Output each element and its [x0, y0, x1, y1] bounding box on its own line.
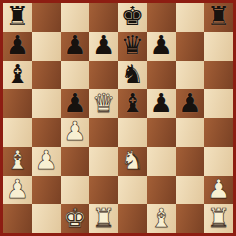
piece-black-pawn[interactable]: ♟ [178, 90, 201, 116]
square-f1[interactable]: ♝ [147, 204, 176, 233]
square-a7[interactable]: ♟ [3, 32, 32, 61]
square-h2[interactable]: ♟ [204, 176, 233, 205]
square-d8[interactable] [89, 3, 118, 32]
piece-white-pawn[interactable]: ♟ [63, 118, 86, 144]
piece-black-rook[interactable]: ♜ [207, 3, 230, 29]
square-c6[interactable] [61, 61, 90, 90]
square-e4[interactable] [118, 118, 147, 147]
square-d6[interactable] [89, 61, 118, 90]
square-d4[interactable] [89, 118, 118, 147]
square-e2[interactable] [118, 176, 147, 205]
square-a5[interactable] [3, 89, 32, 118]
square-a3[interactable]: ♝ [3, 147, 32, 176]
square-b4[interactable] [32, 118, 61, 147]
square-c7[interactable]: ♟ [61, 32, 90, 61]
piece-black-pawn[interactable]: ♟ [92, 32, 115, 58]
square-g7[interactable] [176, 32, 205, 61]
piece-black-pawn[interactable]: ♟ [63, 32, 86, 58]
piece-black-pawn[interactable]: ♟ [63, 90, 86, 116]
square-g4[interactable] [176, 118, 205, 147]
piece-white-rook[interactable]: ♜ [92, 205, 115, 231]
square-c4[interactable]: ♟ [61, 118, 90, 147]
square-f8[interactable] [147, 3, 176, 32]
piece-black-pawn[interactable]: ♟ [6, 32, 29, 58]
piece-white-king[interactable]: ♚ [63, 205, 86, 231]
square-f7[interactable]: ♟ [147, 32, 176, 61]
piece-black-knight[interactable]: ♞ [121, 61, 144, 87]
square-h7[interactable] [204, 32, 233, 61]
square-b2[interactable] [32, 176, 61, 205]
piece-white-bishop[interactable]: ♝ [6, 147, 29, 173]
piece-black-rook[interactable]: ♜ [6, 3, 29, 29]
square-b7[interactable] [32, 32, 61, 61]
square-c8[interactable] [61, 3, 90, 32]
square-d1[interactable]: ♜ [89, 204, 118, 233]
square-c1[interactable]: ♚ [61, 204, 90, 233]
chess-board: ♜♚♜♟♟♟♛♟♝♞♟♛♝♟♟♟♝♟♞♟♟♚♜♝♜ [0, 0, 236, 236]
piece-white-queen[interactable]: ♛ [92, 90, 115, 116]
piece-black-pawn[interactable]: ♟ [149, 90, 172, 116]
square-a2[interactable]: ♟ [3, 176, 32, 205]
square-e5[interactable]: ♝ [118, 89, 147, 118]
square-h6[interactable] [204, 61, 233, 90]
piece-white-rook[interactable]: ♜ [207, 205, 230, 231]
piece-white-knight[interactable]: ♞ [121, 147, 144, 173]
square-f5[interactable]: ♟ [147, 89, 176, 118]
square-a1[interactable] [3, 204, 32, 233]
piece-white-pawn[interactable]: ♟ [6, 176, 29, 202]
square-f3[interactable] [147, 147, 176, 176]
square-h5[interactable] [204, 89, 233, 118]
piece-black-bishop[interactable]: ♝ [6, 61, 29, 87]
piece-black-bishop[interactable]: ♝ [121, 90, 144, 116]
square-e7[interactable]: ♛ [118, 32, 147, 61]
piece-black-king[interactable]: ♚ [121, 3, 144, 29]
square-e1[interactable] [118, 204, 147, 233]
piece-black-pawn[interactable]: ♟ [149, 32, 172, 58]
square-h4[interactable] [204, 118, 233, 147]
square-d7[interactable]: ♟ [89, 32, 118, 61]
square-c3[interactable] [61, 147, 90, 176]
piece-white-pawn[interactable]: ♟ [207, 176, 230, 202]
square-g2[interactable] [176, 176, 205, 205]
square-h3[interactable] [204, 147, 233, 176]
square-d5[interactable]: ♛ [89, 89, 118, 118]
square-b1[interactable] [32, 204, 61, 233]
square-g5[interactable]: ♟ [176, 89, 205, 118]
square-b8[interactable] [32, 3, 61, 32]
square-g6[interactable] [176, 61, 205, 90]
square-c5[interactable]: ♟ [61, 89, 90, 118]
square-h1[interactable]: ♜ [204, 204, 233, 233]
square-g3[interactable] [176, 147, 205, 176]
square-e3[interactable]: ♞ [118, 147, 147, 176]
square-d3[interactable] [89, 147, 118, 176]
piece-black-queen[interactable]: ♛ [121, 32, 144, 58]
square-a6[interactable]: ♝ [3, 61, 32, 90]
square-f2[interactable] [147, 176, 176, 205]
square-b5[interactable] [32, 89, 61, 118]
piece-white-pawn[interactable]: ♟ [34, 147, 57, 173]
square-c2[interactable] [61, 176, 90, 205]
square-a8[interactable]: ♜ [3, 3, 32, 32]
square-f6[interactable] [147, 61, 176, 90]
square-f4[interactable] [147, 118, 176, 147]
square-h8[interactable]: ♜ [204, 3, 233, 32]
square-e6[interactable]: ♞ [118, 61, 147, 90]
square-a4[interactable] [3, 118, 32, 147]
square-g8[interactable] [176, 3, 205, 32]
square-d2[interactable] [89, 176, 118, 205]
square-b3[interactable]: ♟ [32, 147, 61, 176]
piece-white-bishop[interactable]: ♝ [149, 205, 172, 231]
square-b6[interactable] [32, 61, 61, 90]
square-e8[interactable]: ♚ [118, 3, 147, 32]
square-g1[interactable] [176, 204, 205, 233]
